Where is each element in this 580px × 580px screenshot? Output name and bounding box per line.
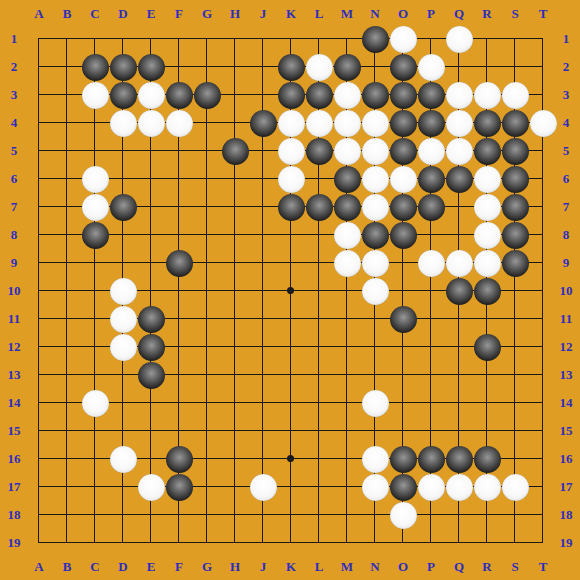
cell-N1[interactable] [361, 25, 389, 53]
cell-F17[interactable] [165, 473, 193, 501]
cell-L10[interactable] [305, 277, 333, 305]
cell-O7[interactable] [389, 193, 417, 221]
cell-K6[interactable] [277, 165, 305, 193]
cell-L5[interactable] [305, 137, 333, 165]
cell-D17[interactable] [109, 473, 137, 501]
cell-O14[interactable] [389, 389, 417, 417]
cell-D13[interactable] [109, 361, 137, 389]
cell-H17[interactable] [221, 473, 249, 501]
cell-Q10[interactable] [445, 277, 473, 305]
cell-H16[interactable] [221, 445, 249, 473]
cell-F1[interactable] [165, 25, 193, 53]
cell-C18[interactable] [81, 501, 109, 529]
cell-B11[interactable] [53, 305, 81, 333]
cell-A3[interactable] [25, 81, 53, 109]
cell-A18[interactable] [25, 501, 53, 529]
cell-M17[interactable] [333, 473, 361, 501]
cell-N16[interactable] [361, 445, 389, 473]
cell-B4[interactable] [53, 109, 81, 137]
cell-B15[interactable] [53, 417, 81, 445]
cell-K4[interactable] [277, 109, 305, 137]
cell-L6[interactable] [305, 165, 333, 193]
cell-E19[interactable] [137, 529, 165, 557]
cell-S7[interactable] [501, 193, 529, 221]
cell-R16[interactable] [473, 445, 501, 473]
cell-L14[interactable] [305, 389, 333, 417]
cell-F12[interactable] [165, 333, 193, 361]
cell-N7[interactable] [361, 193, 389, 221]
cell-O19[interactable] [389, 529, 417, 557]
cell-C8[interactable] [81, 221, 109, 249]
cell-H5[interactable] [221, 137, 249, 165]
cell-F14[interactable] [165, 389, 193, 417]
cell-Q14[interactable] [445, 389, 473, 417]
cell-G17[interactable] [193, 473, 221, 501]
cell-T3[interactable] [529, 81, 557, 109]
cell-R13[interactable] [473, 361, 501, 389]
cell-M5[interactable] [333, 137, 361, 165]
cell-E10[interactable] [137, 277, 165, 305]
cell-Q5[interactable] [445, 137, 473, 165]
cell-T13[interactable] [529, 361, 557, 389]
cell-K11[interactable] [277, 305, 305, 333]
cell-K19[interactable] [277, 529, 305, 557]
cell-P7[interactable] [417, 193, 445, 221]
cell-J17[interactable] [249, 473, 277, 501]
cell-C9[interactable] [81, 249, 109, 277]
cell-A9[interactable] [25, 249, 53, 277]
cell-M7[interactable] [333, 193, 361, 221]
cell-E3[interactable] [137, 81, 165, 109]
cell-S1[interactable] [501, 25, 529, 53]
cell-G5[interactable] [193, 137, 221, 165]
cell-H7[interactable] [221, 193, 249, 221]
cell-B17[interactable] [53, 473, 81, 501]
cell-D7[interactable] [109, 193, 137, 221]
cell-H18[interactable] [221, 501, 249, 529]
cell-N6[interactable] [361, 165, 389, 193]
cell-K15[interactable] [277, 417, 305, 445]
cell-H2[interactable] [221, 53, 249, 81]
cell-M15[interactable] [333, 417, 361, 445]
cell-P4[interactable] [417, 109, 445, 137]
cell-A1[interactable] [25, 25, 53, 53]
cell-N12[interactable] [361, 333, 389, 361]
cell-O18[interactable] [389, 501, 417, 529]
cell-R10[interactable] [473, 277, 501, 305]
cell-T18[interactable] [529, 501, 557, 529]
cell-E5[interactable] [137, 137, 165, 165]
cell-M13[interactable] [333, 361, 361, 389]
cell-C11[interactable] [81, 305, 109, 333]
cell-E18[interactable] [137, 501, 165, 529]
cell-E16[interactable] [137, 445, 165, 473]
cell-J3[interactable] [249, 81, 277, 109]
cell-M16[interactable] [333, 445, 361, 473]
cell-B2[interactable] [53, 53, 81, 81]
cell-E9[interactable] [137, 249, 165, 277]
cell-E1[interactable] [137, 25, 165, 53]
cell-P8[interactable] [417, 221, 445, 249]
cell-D14[interactable] [109, 389, 137, 417]
cell-K13[interactable] [277, 361, 305, 389]
cell-T14[interactable] [529, 389, 557, 417]
cell-B19[interactable] [53, 529, 81, 557]
cell-R6[interactable] [473, 165, 501, 193]
cell-L17[interactable] [305, 473, 333, 501]
cell-O6[interactable] [389, 165, 417, 193]
cell-P19[interactable] [417, 529, 445, 557]
cell-S16[interactable] [501, 445, 529, 473]
cell-L9[interactable] [305, 249, 333, 277]
cell-G14[interactable] [193, 389, 221, 417]
cell-D9[interactable] [109, 249, 137, 277]
cell-A5[interactable] [25, 137, 53, 165]
cell-J2[interactable] [249, 53, 277, 81]
cell-F7[interactable] [165, 193, 193, 221]
cell-B1[interactable] [53, 25, 81, 53]
cell-T7[interactable] [529, 193, 557, 221]
cell-A7[interactable] [25, 193, 53, 221]
cell-P3[interactable] [417, 81, 445, 109]
cell-J9[interactable] [249, 249, 277, 277]
cell-H11[interactable] [221, 305, 249, 333]
cell-E8[interactable] [137, 221, 165, 249]
cell-L13[interactable] [305, 361, 333, 389]
cell-F15[interactable] [165, 417, 193, 445]
cell-E2[interactable] [137, 53, 165, 81]
cell-Q4[interactable] [445, 109, 473, 137]
cell-O5[interactable] [389, 137, 417, 165]
cell-R1[interactable] [473, 25, 501, 53]
cell-E4[interactable] [137, 109, 165, 137]
cell-B3[interactable] [53, 81, 81, 109]
cell-L16[interactable] [305, 445, 333, 473]
cell-D19[interactable] [109, 529, 137, 557]
cell-D2[interactable] [109, 53, 137, 81]
cell-R14[interactable] [473, 389, 501, 417]
cell-D6[interactable] [109, 165, 137, 193]
cell-M10[interactable] [333, 277, 361, 305]
cell-T9[interactable] [529, 249, 557, 277]
cell-S14[interactable] [501, 389, 529, 417]
cell-A2[interactable] [25, 53, 53, 81]
cell-D18[interactable] [109, 501, 137, 529]
cell-H14[interactable] [221, 389, 249, 417]
cell-S18[interactable] [501, 501, 529, 529]
cell-B7[interactable] [53, 193, 81, 221]
cell-N3[interactable] [361, 81, 389, 109]
cell-C19[interactable] [81, 529, 109, 557]
cell-C16[interactable] [81, 445, 109, 473]
cell-S3[interactable] [501, 81, 529, 109]
cell-O2[interactable] [389, 53, 417, 81]
cell-A15[interactable] [25, 417, 53, 445]
cell-G3[interactable] [193, 81, 221, 109]
cell-E17[interactable] [137, 473, 165, 501]
cell-G11[interactable] [193, 305, 221, 333]
cell-G1[interactable] [193, 25, 221, 53]
cell-A16[interactable] [25, 445, 53, 473]
cell-N19[interactable] [361, 529, 389, 557]
cell-D4[interactable] [109, 109, 137, 137]
cell-C10[interactable] [81, 277, 109, 305]
cell-G15[interactable] [193, 417, 221, 445]
cell-G10[interactable] [193, 277, 221, 305]
cell-Q11[interactable] [445, 305, 473, 333]
cell-R8[interactable] [473, 221, 501, 249]
cell-Q8[interactable] [445, 221, 473, 249]
cell-L1[interactable] [305, 25, 333, 53]
cell-A6[interactable] [25, 165, 53, 193]
cell-K18[interactable] [277, 501, 305, 529]
cell-D15[interactable] [109, 417, 137, 445]
cell-H9[interactable] [221, 249, 249, 277]
cell-R19[interactable] [473, 529, 501, 557]
cell-G7[interactable] [193, 193, 221, 221]
cell-G4[interactable] [193, 109, 221, 137]
cell-P6[interactable] [417, 165, 445, 193]
cell-J5[interactable] [249, 137, 277, 165]
cell-O12[interactable] [389, 333, 417, 361]
cell-K7[interactable] [277, 193, 305, 221]
cell-J10[interactable] [249, 277, 277, 305]
cell-L11[interactable] [305, 305, 333, 333]
cell-P14[interactable] [417, 389, 445, 417]
cell-O11[interactable] [389, 305, 417, 333]
cell-C12[interactable] [81, 333, 109, 361]
cell-J1[interactable] [249, 25, 277, 53]
cell-F6[interactable] [165, 165, 193, 193]
cell-A19[interactable] [25, 529, 53, 557]
cell-T19[interactable] [529, 529, 557, 557]
cell-G2[interactable] [193, 53, 221, 81]
cell-A13[interactable] [25, 361, 53, 389]
cell-T15[interactable] [529, 417, 557, 445]
cell-C7[interactable] [81, 193, 109, 221]
cell-L4[interactable] [305, 109, 333, 137]
cell-A8[interactable] [25, 221, 53, 249]
cell-S9[interactable] [501, 249, 529, 277]
cell-T17[interactable] [529, 473, 557, 501]
cell-K14[interactable] [277, 389, 305, 417]
cell-R3[interactable] [473, 81, 501, 109]
cell-Q16[interactable] [445, 445, 473, 473]
cell-R12[interactable] [473, 333, 501, 361]
cell-N5[interactable] [361, 137, 389, 165]
cell-H19[interactable] [221, 529, 249, 557]
cell-S4[interactable] [501, 109, 529, 137]
cell-K9[interactable] [277, 249, 305, 277]
cell-E6[interactable] [137, 165, 165, 193]
cell-T16[interactable] [529, 445, 557, 473]
cell-G9[interactable] [193, 249, 221, 277]
cell-Q6[interactable] [445, 165, 473, 193]
cell-G16[interactable] [193, 445, 221, 473]
cell-H6[interactable] [221, 165, 249, 193]
cell-B9[interactable] [53, 249, 81, 277]
cell-M12[interactable] [333, 333, 361, 361]
cell-N14[interactable] [361, 389, 389, 417]
cell-M8[interactable] [333, 221, 361, 249]
cell-K10[interactable] [277, 277, 305, 305]
cell-J14[interactable] [249, 389, 277, 417]
cell-R5[interactable] [473, 137, 501, 165]
cell-E13[interactable] [137, 361, 165, 389]
cell-F5[interactable] [165, 137, 193, 165]
cell-P11[interactable] [417, 305, 445, 333]
cell-H15[interactable] [221, 417, 249, 445]
cell-A4[interactable] [25, 109, 53, 137]
cell-P1[interactable] [417, 25, 445, 53]
cell-J13[interactable] [249, 361, 277, 389]
cell-O3[interactable] [389, 81, 417, 109]
cell-C2[interactable] [81, 53, 109, 81]
cell-S11[interactable] [501, 305, 529, 333]
cell-F3[interactable] [165, 81, 193, 109]
cell-N13[interactable] [361, 361, 389, 389]
cell-R4[interactable] [473, 109, 501, 137]
cell-Q13[interactable] [445, 361, 473, 389]
cell-H1[interactable] [221, 25, 249, 53]
cell-O17[interactable] [389, 473, 417, 501]
cell-K8[interactable] [277, 221, 305, 249]
cell-N4[interactable] [361, 109, 389, 137]
cell-P5[interactable] [417, 137, 445, 165]
cell-Q3[interactable] [445, 81, 473, 109]
cell-P13[interactable] [417, 361, 445, 389]
cell-Q2[interactable] [445, 53, 473, 81]
cell-R18[interactable] [473, 501, 501, 529]
cell-R9[interactable] [473, 249, 501, 277]
cell-J16[interactable] [249, 445, 277, 473]
cell-T4[interactable] [529, 109, 557, 137]
cell-S17[interactable] [501, 473, 529, 501]
cell-B5[interactable] [53, 137, 81, 165]
cell-C1[interactable] [81, 25, 109, 53]
cell-F8[interactable] [165, 221, 193, 249]
cell-O9[interactable] [389, 249, 417, 277]
cell-D11[interactable] [109, 305, 137, 333]
cell-K17[interactable] [277, 473, 305, 501]
cell-J4[interactable] [249, 109, 277, 137]
cell-P12[interactable] [417, 333, 445, 361]
cell-K16[interactable] [277, 445, 305, 473]
cell-L3[interactable] [305, 81, 333, 109]
cell-S12[interactable] [501, 333, 529, 361]
cell-D12[interactable] [109, 333, 137, 361]
cell-P18[interactable] [417, 501, 445, 529]
cell-O10[interactable] [389, 277, 417, 305]
cell-M4[interactable] [333, 109, 361, 137]
cell-R11[interactable] [473, 305, 501, 333]
cell-M9[interactable] [333, 249, 361, 277]
cell-F4[interactable] [165, 109, 193, 137]
cell-C17[interactable] [81, 473, 109, 501]
cell-N11[interactable] [361, 305, 389, 333]
cell-Q1[interactable] [445, 25, 473, 53]
cell-L12[interactable] [305, 333, 333, 361]
cell-D5[interactable] [109, 137, 137, 165]
cell-G6[interactable] [193, 165, 221, 193]
cell-C6[interactable] [81, 165, 109, 193]
cell-C13[interactable] [81, 361, 109, 389]
cell-T12[interactable] [529, 333, 557, 361]
cell-M11[interactable] [333, 305, 361, 333]
cell-N17[interactable] [361, 473, 389, 501]
cell-K3[interactable] [277, 81, 305, 109]
cell-M14[interactable] [333, 389, 361, 417]
cell-E14[interactable] [137, 389, 165, 417]
cell-S19[interactable] [501, 529, 529, 557]
cell-N9[interactable] [361, 249, 389, 277]
cell-B8[interactable] [53, 221, 81, 249]
cell-C4[interactable] [81, 109, 109, 137]
cell-T8[interactable] [529, 221, 557, 249]
cell-K1[interactable] [277, 25, 305, 53]
cell-G13[interactable] [193, 361, 221, 389]
cell-Q19[interactable] [445, 529, 473, 557]
cell-R2[interactable] [473, 53, 501, 81]
cell-J8[interactable] [249, 221, 277, 249]
cell-O13[interactable] [389, 361, 417, 389]
cell-S15[interactable] [501, 417, 529, 445]
cell-D1[interactable] [109, 25, 137, 53]
cell-O4[interactable] [389, 109, 417, 137]
cell-N18[interactable] [361, 501, 389, 529]
cell-L2[interactable] [305, 53, 333, 81]
cell-M1[interactable] [333, 25, 361, 53]
cell-H13[interactable] [221, 361, 249, 389]
cell-E15[interactable] [137, 417, 165, 445]
cell-A11[interactable] [25, 305, 53, 333]
cell-B13[interactable] [53, 361, 81, 389]
cell-A17[interactable] [25, 473, 53, 501]
cell-B18[interactable] [53, 501, 81, 529]
cell-R7[interactable] [473, 193, 501, 221]
cell-D10[interactable] [109, 277, 137, 305]
cell-Q18[interactable] [445, 501, 473, 529]
cell-F18[interactable] [165, 501, 193, 529]
cell-D16[interactable] [109, 445, 137, 473]
cell-L7[interactable] [305, 193, 333, 221]
cell-A12[interactable] [25, 333, 53, 361]
cell-J15[interactable] [249, 417, 277, 445]
cell-O15[interactable] [389, 417, 417, 445]
cell-S5[interactable] [501, 137, 529, 165]
cell-L19[interactable] [305, 529, 333, 557]
cell-N2[interactable] [361, 53, 389, 81]
cell-F2[interactable] [165, 53, 193, 81]
cell-P17[interactable] [417, 473, 445, 501]
cell-J7[interactable] [249, 193, 277, 221]
cell-M3[interactable] [333, 81, 361, 109]
cell-S6[interactable] [501, 165, 529, 193]
cell-A14[interactable] [25, 389, 53, 417]
cell-H4[interactable] [221, 109, 249, 137]
cell-M2[interactable] [333, 53, 361, 81]
cell-E11[interactable] [137, 305, 165, 333]
cell-S8[interactable] [501, 221, 529, 249]
cell-K2[interactable] [277, 53, 305, 81]
cell-F13[interactable] [165, 361, 193, 389]
cell-S2[interactable] [501, 53, 529, 81]
cell-Q7[interactable] [445, 193, 473, 221]
cell-H12[interactable] [221, 333, 249, 361]
cell-C15[interactable] [81, 417, 109, 445]
cell-J12[interactable] [249, 333, 277, 361]
cell-O16[interactable] [389, 445, 417, 473]
